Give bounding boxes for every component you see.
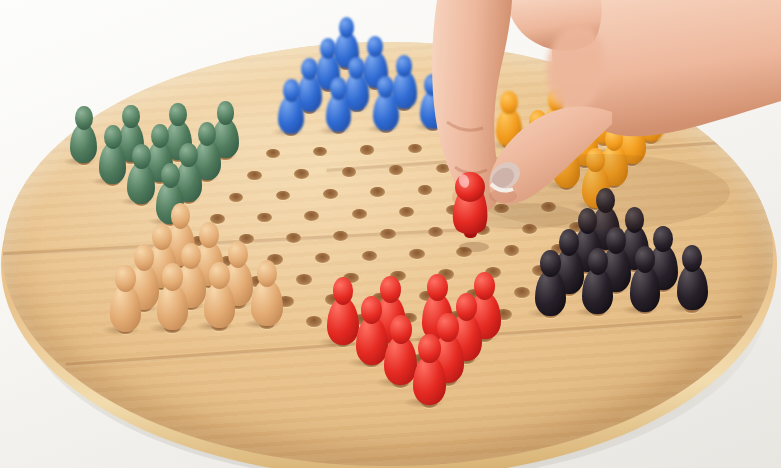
hand-layer [0, 0, 781, 468]
scene [0, 0, 781, 468]
held-peg-red[interactable] [453, 172, 489, 252]
